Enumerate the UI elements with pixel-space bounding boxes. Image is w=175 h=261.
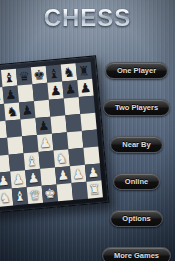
square-f6 <box>49 98 65 116</box>
piece-white-king: ♚ <box>42 184 58 202</box>
square-d2: ♟ <box>25 169 41 187</box>
app-screen: CHESS ♜♝♛♚♝♞♜♟♟♟♟♟♟♞♟♟♟♝♞♟♟♟♟♟♟♟♜♞♝♛♚♜ O… <box>0 0 175 261</box>
square-g3 <box>68 148 84 166</box>
square-d4 <box>22 135 38 153</box>
square-c2: ♟ <box>10 170 26 188</box>
piece-white-pawn: ♟ <box>37 134 53 152</box>
piece-black-bishop: ♝ <box>46 65 62 83</box>
piece-black-pawn: ♟ <box>47 81 63 99</box>
square-h4 <box>82 130 98 148</box>
square-f3: ♞ <box>53 149 69 167</box>
square-g1 <box>71 182 87 200</box>
square-f2: ♟ <box>55 166 71 184</box>
square-d6: ♟ <box>19 101 35 119</box>
piece-white-pawn: ♟ <box>10 170 26 188</box>
piece-white-knight: ♞ <box>53 149 69 167</box>
square-d1: ♛ <box>27 186 43 204</box>
square-d3: ♝ <box>24 152 40 170</box>
square-e1: ♚ <box>42 184 58 202</box>
piece-black-pawn: ♟ <box>35 117 51 135</box>
square-g7: ♟ <box>62 80 78 98</box>
piece-black-bishop: ♝ <box>1 69 17 87</box>
piece-black-knight: ♞ <box>61 63 77 81</box>
more-games-button[interactable]: More Games <box>102 247 171 261</box>
chess-board: ♜♝♛♚♝♞♜♟♟♟♟♟♟♞♟♟♟♝♞♟♟♟♟♟♟♟♜♞♝♛♚♜ <box>0 62 103 208</box>
square-h8: ♜ <box>76 62 92 80</box>
online-button[interactable]: Online <box>113 173 160 190</box>
square-e4: ♟ <box>37 134 53 152</box>
square-c6: ♞ <box>4 102 20 120</box>
square-f1 <box>57 183 73 201</box>
square-f8: ♝ <box>46 65 62 83</box>
piece-black-pawn: ♟ <box>3 86 19 104</box>
piece-white-bishop: ♝ <box>12 187 28 205</box>
near-by-button[interactable]: Near By <box>110 136 162 153</box>
piece-black-pawn: ♟ <box>62 80 78 98</box>
square-h5 <box>80 113 96 131</box>
piece-black-rook: ♜ <box>76 62 92 80</box>
square-h6 <box>79 96 95 114</box>
square-g8: ♞ <box>61 63 77 81</box>
square-d8: ♛ <box>16 67 32 85</box>
square-g2: ♟ <box>70 165 86 183</box>
square-c7: ♟ <box>3 86 19 104</box>
piece-white-pawn: ♟ <box>55 166 71 184</box>
square-e6 <box>34 100 50 118</box>
piece-white-pawn: ♟ <box>70 165 86 183</box>
two-players-button[interactable]: Two Players <box>103 99 170 116</box>
piece-white-queen: ♛ <box>27 186 43 204</box>
square-c1: ♝ <box>12 187 28 205</box>
square-g6 <box>64 97 80 115</box>
piece-black-king: ♚ <box>31 66 47 84</box>
square-d7 <box>17 84 33 102</box>
square-c8: ♝ <box>1 69 17 87</box>
piece-black-knight: ♞ <box>4 102 20 120</box>
one-player-button[interactable]: One Player <box>105 62 168 79</box>
piece-white-bishop: ♝ <box>24 152 40 170</box>
square-e8: ♚ <box>31 66 47 84</box>
square-d5 <box>21 118 37 136</box>
piece-white-pawn: ♟ <box>25 169 41 187</box>
square-c5 <box>6 119 22 137</box>
chess-board-frame: ♜♝♛♚♝♞♜♟♟♟♟♟♟♞♟♟♟♝♞♟♟♟♟♟♟♟♜♞♝♛♚♜ <box>0 55 109 214</box>
square-f7: ♟ <box>47 81 63 99</box>
square-h7: ♟ <box>77 79 93 97</box>
square-g4 <box>67 131 83 149</box>
piece-black-pawn: ♟ <box>19 101 35 119</box>
piece-black-queen: ♛ <box>16 67 32 85</box>
square-e3 <box>39 151 55 169</box>
main-menu: One Player Two Players Near By Online Op… <box>98 62 175 261</box>
square-c3 <box>9 153 25 171</box>
square-f5 <box>50 115 66 133</box>
options-button[interactable]: Options <box>110 210 162 227</box>
square-e2 <box>40 168 56 186</box>
square-e7 <box>32 83 48 101</box>
square-f4 <box>52 132 68 150</box>
page-title: CHESS <box>0 4 175 32</box>
square-e5: ♟ <box>35 117 51 135</box>
piece-black-pawn: ♟ <box>77 79 93 97</box>
square-c4 <box>7 136 23 154</box>
square-g5 <box>65 114 81 132</box>
